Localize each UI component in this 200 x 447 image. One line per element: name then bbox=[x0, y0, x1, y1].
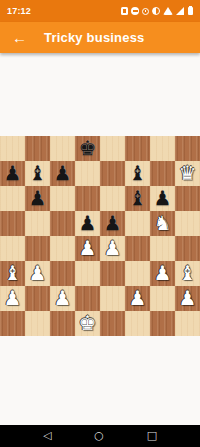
square-g1[interactable] bbox=[150, 311, 175, 336]
android-nav-bar: ◁ ○ □ bbox=[0, 425, 200, 447]
square-g8[interactable] bbox=[150, 136, 175, 161]
white-pawn: ♟ bbox=[129, 286, 147, 311]
square-b1[interactable] bbox=[25, 311, 50, 336]
back-arrow-icon[interactable]: ← bbox=[12, 30, 28, 45]
cell-signal-icon bbox=[176, 7, 184, 15]
square-c8[interactable] bbox=[50, 136, 75, 161]
app-bar: ← Tricky business bbox=[0, 22, 200, 53]
square-d4[interactable]: ♟ bbox=[75, 236, 100, 261]
square-a3[interactable]: ♝ bbox=[0, 261, 25, 286]
square-a5[interactable] bbox=[0, 211, 25, 236]
white-king: ♚ bbox=[79, 311, 97, 336]
phone-screen: 17:12 ← Tricky business ♚♟♝♟♝♛♟♝♟♟♟♞♟♟♝♟… bbox=[0, 0, 200, 447]
black-pawn: ♟ bbox=[54, 161, 72, 186]
page-title: Tricky business bbox=[44, 30, 145, 45]
square-g6[interactable]: ♟ bbox=[150, 186, 175, 211]
white-pawn: ♟ bbox=[79, 236, 97, 261]
square-d2[interactable] bbox=[75, 286, 100, 311]
square-a8[interactable] bbox=[0, 136, 25, 161]
square-h8[interactable] bbox=[175, 136, 200, 161]
black-bishop: ♝ bbox=[29, 161, 47, 186]
alarm-icon bbox=[142, 8, 149, 15]
square-g2[interactable] bbox=[150, 286, 175, 311]
square-a4[interactable] bbox=[0, 236, 25, 261]
square-a7[interactable]: ♟ bbox=[0, 161, 25, 186]
white-pawn: ♟ bbox=[29, 261, 47, 286]
chess-board: ♚♟♝♟♝♛♟♝♟♟♟♞♟♟♝♟♟♝♟♟♟♟♚ bbox=[0, 136, 200, 336]
square-e5[interactable]: ♟ bbox=[100, 211, 125, 236]
square-h2[interactable]: ♟ bbox=[175, 286, 200, 311]
battery-icon bbox=[188, 7, 193, 15]
white-pawn: ♟ bbox=[54, 286, 72, 311]
square-c4[interactable] bbox=[50, 236, 75, 261]
square-d8[interactable]: ♚ bbox=[75, 136, 100, 161]
square-e7[interactable] bbox=[100, 161, 125, 186]
white-bishop: ♝ bbox=[4, 261, 22, 286]
square-b6[interactable]: ♟ bbox=[25, 186, 50, 211]
square-a1[interactable] bbox=[0, 311, 25, 336]
notification-square-icon bbox=[121, 7, 128, 15]
square-d1[interactable]: ♚ bbox=[75, 311, 100, 336]
wifi-icon bbox=[163, 7, 173, 15]
square-c3[interactable] bbox=[50, 261, 75, 286]
square-e2[interactable] bbox=[100, 286, 125, 311]
data-saver-icon bbox=[152, 7, 160, 15]
square-h6[interactable] bbox=[175, 186, 200, 211]
square-b5[interactable] bbox=[25, 211, 50, 236]
do-not-disturb-icon bbox=[131, 7, 139, 15]
square-d3[interactable] bbox=[75, 261, 100, 286]
status-bar: 17:12 bbox=[0, 0, 200, 22]
white-pawn: ♟ bbox=[4, 286, 22, 311]
square-f7[interactable]: ♝ bbox=[125, 161, 150, 186]
white-knight: ♞ bbox=[154, 211, 172, 236]
square-d7[interactable] bbox=[75, 161, 100, 186]
square-b8[interactable] bbox=[25, 136, 50, 161]
square-f5[interactable] bbox=[125, 211, 150, 236]
square-b2[interactable] bbox=[25, 286, 50, 311]
square-g7[interactable] bbox=[150, 161, 175, 186]
white-queen: ♛ bbox=[179, 161, 197, 186]
square-g5[interactable]: ♞ bbox=[150, 211, 175, 236]
square-f3[interactable] bbox=[125, 261, 150, 286]
square-f6[interactable]: ♝ bbox=[125, 186, 150, 211]
white-pawn: ♟ bbox=[179, 286, 197, 311]
black-king: ♚ bbox=[79, 136, 97, 161]
status-icons bbox=[121, 7, 193, 15]
square-b7[interactable]: ♝ bbox=[25, 161, 50, 186]
square-b4[interactable] bbox=[25, 236, 50, 261]
black-pawn: ♟ bbox=[104, 211, 122, 236]
black-bishop: ♝ bbox=[129, 186, 147, 211]
black-pawn: ♟ bbox=[4, 161, 22, 186]
black-pawn: ♟ bbox=[79, 211, 97, 236]
square-h3[interactable]: ♝ bbox=[175, 261, 200, 286]
square-f2[interactable]: ♟ bbox=[125, 286, 150, 311]
square-h1[interactable] bbox=[175, 311, 200, 336]
square-a2[interactable]: ♟ bbox=[0, 286, 25, 311]
square-a6[interactable] bbox=[0, 186, 25, 211]
square-h4[interactable] bbox=[175, 236, 200, 261]
clock-time: 17:12 bbox=[7, 6, 31, 16]
square-c6[interactable] bbox=[50, 186, 75, 211]
square-b3[interactable]: ♟ bbox=[25, 261, 50, 286]
square-c5[interactable] bbox=[50, 211, 75, 236]
nav-home-icon[interactable]: ○ bbox=[94, 425, 104, 447]
square-f1[interactable] bbox=[125, 311, 150, 336]
square-g3[interactable]: ♟ bbox=[150, 261, 175, 286]
square-d5[interactable]: ♟ bbox=[75, 211, 100, 236]
square-e1[interactable] bbox=[100, 311, 125, 336]
black-pawn: ♟ bbox=[154, 186, 172, 211]
nav-recents-icon[interactable]: □ bbox=[147, 425, 157, 447]
square-e3[interactable] bbox=[100, 261, 125, 286]
black-bishop: ♝ bbox=[129, 161, 147, 186]
nav-back-icon[interactable]: ◁ bbox=[43, 425, 51, 447]
black-pawn: ♟ bbox=[29, 186, 47, 211]
white-pawn: ♟ bbox=[154, 261, 172, 286]
square-g4[interactable] bbox=[150, 236, 175, 261]
white-pawn: ♟ bbox=[104, 236, 122, 261]
square-h5[interactable] bbox=[175, 211, 200, 236]
square-e8[interactable] bbox=[100, 136, 125, 161]
square-c7[interactable]: ♟ bbox=[50, 161, 75, 186]
square-e4[interactable]: ♟ bbox=[100, 236, 125, 261]
square-f8[interactable] bbox=[125, 136, 150, 161]
square-e6[interactable] bbox=[100, 186, 125, 211]
square-c1[interactable] bbox=[50, 311, 75, 336]
square-h7[interactable]: ♛ bbox=[175, 161, 200, 186]
white-bishop: ♝ bbox=[179, 261, 197, 286]
square-f4[interactable] bbox=[125, 236, 150, 261]
square-d6[interactable] bbox=[75, 186, 100, 211]
square-c2[interactable]: ♟ bbox=[50, 286, 75, 311]
